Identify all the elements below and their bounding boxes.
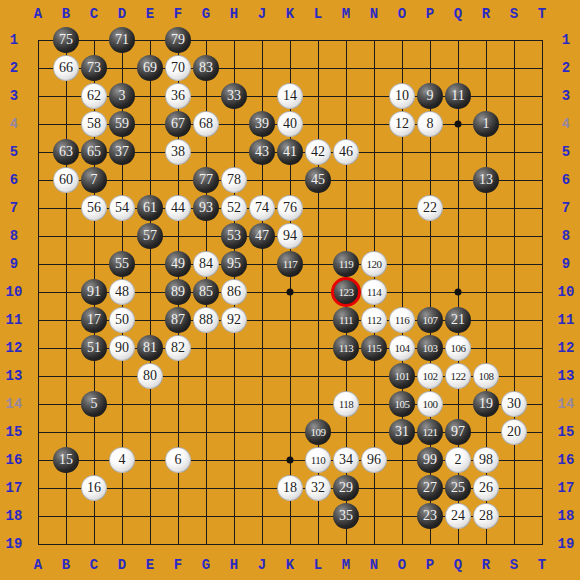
col-label-bottom-A: A [34, 558, 42, 572]
move-number: 78 [227, 173, 241, 187]
row-label-right-16: 16 [558, 453, 575, 467]
col-label-bottom-M: M [342, 558, 350, 572]
row-label-left-4: 4 [10, 117, 18, 131]
stone-F11-move-87[interactable]: 87 [165, 307, 191, 333]
stone-P3-move-9[interactable]: 9 [417, 83, 443, 109]
row-label-left-6: 6 [10, 173, 18, 187]
move-number: 90 [115, 341, 129, 355]
move-number: 16 [87, 481, 101, 495]
stone-C6-move-7[interactable]: 7 [81, 167, 107, 193]
row-label-left-16: 16 [6, 453, 23, 467]
row-label-left-12: 12 [6, 341, 23, 355]
move-number: 31 [395, 425, 409, 439]
col-label-bottom-K: K [286, 558, 294, 572]
col-label-top-L: L [314, 7, 322, 21]
stone-C10-move-91[interactable]: 91 [81, 279, 107, 305]
move-number: 70 [171, 61, 185, 75]
stone-L16-move-110[interactable]: 110 [305, 447, 331, 473]
stone-N16-move-96[interactable]: 96 [361, 447, 387, 473]
stone-Q17-move-25[interactable]: 25 [445, 475, 471, 501]
move-number: 29 [339, 481, 353, 495]
stone-R16-move-98[interactable]: 98 [473, 447, 499, 473]
col-label-top-F: F [174, 7, 182, 21]
move-number: 7 [91, 173, 98, 187]
stone-H9-move-95[interactable]: 95 [221, 251, 247, 277]
stone-P18-move-23[interactable]: 23 [417, 503, 443, 529]
stone-O3-move-10[interactable]: 10 [389, 83, 415, 109]
stone-C2-move-73[interactable]: 73 [81, 55, 107, 81]
stone-L5-move-42[interactable]: 42 [305, 139, 331, 165]
move-number: 3 [119, 89, 126, 103]
move-number: 52 [227, 201, 241, 215]
stone-K8-move-94[interactable]: 94 [277, 223, 303, 249]
stone-M11-move-111[interactable]: 111 [333, 307, 359, 333]
stone-Q12-move-106[interactable]: 106 [445, 335, 471, 361]
move-number: 71 [115, 33, 129, 47]
move-number: 110 [311, 455, 326, 466]
move-number: 121 [423, 427, 438, 438]
row-label-left-18: 18 [6, 509, 23, 523]
stone-L6-move-45[interactable]: 45 [305, 167, 331, 193]
move-number: 35 [339, 509, 353, 523]
move-number: 34 [339, 453, 353, 467]
move-number: 62 [87, 89, 101, 103]
stone-P13-move-102[interactable]: 102 [417, 363, 443, 389]
stone-F5-move-38[interactable]: 38 [165, 139, 191, 165]
row-label-right-18: 18 [558, 509, 575, 523]
move-number: 37 [115, 145, 129, 159]
row-label-right-13: 13 [558, 369, 575, 383]
stone-G11-move-88[interactable]: 88 [193, 307, 219, 333]
stone-E2-move-69[interactable]: 69 [137, 55, 163, 81]
stone-H10-move-86[interactable]: 86 [221, 279, 247, 305]
stone-P11-move-107[interactable]: 107 [417, 307, 443, 333]
move-number: 8 [427, 117, 434, 131]
col-label-top-O: O [398, 7, 406, 21]
move-number: 106 [451, 343, 466, 354]
move-number: 93 [199, 201, 213, 215]
move-number: 60 [59, 173, 73, 187]
row-label-right-8: 8 [562, 229, 570, 243]
row-label-left-1: 1 [10, 33, 18, 47]
row-label-right-6: 6 [562, 173, 570, 187]
stone-P4-move-8[interactable]: 8 [417, 111, 443, 137]
stone-C14-move-5[interactable]: 5 [81, 391, 107, 417]
stone-S15-move-20[interactable]: 20 [501, 419, 527, 445]
stone-D4-move-59[interactable]: 59 [109, 111, 135, 137]
move-number: 77 [199, 173, 213, 187]
col-label-top-D: D [118, 7, 126, 21]
move-number: 44 [171, 201, 185, 215]
stone-C12-move-51[interactable]: 51 [81, 335, 107, 361]
move-number: 65 [87, 145, 101, 159]
stone-M16-move-34[interactable]: 34 [333, 447, 359, 473]
stone-C11-move-17[interactable]: 17 [81, 307, 107, 333]
move-number: 41 [283, 145, 297, 159]
row-label-right-19: 19 [558, 537, 575, 551]
stone-H11-move-92[interactable]: 92 [221, 307, 247, 333]
stone-D5-move-37[interactable]: 37 [109, 139, 135, 165]
col-label-bottom-P: P [426, 558, 434, 572]
stone-L17-move-32[interactable]: 32 [305, 475, 331, 501]
stone-R18-move-28[interactable]: 28 [473, 503, 499, 529]
stone-F12-move-82[interactable]: 82 [165, 335, 191, 361]
col-label-top-H: H [230, 7, 238, 21]
col-label-top-T: T [538, 7, 546, 21]
stone-K7-move-76[interactable]: 76 [277, 195, 303, 221]
stone-Q18-move-24[interactable]: 24 [445, 503, 471, 529]
row-label-right-10: 10 [558, 285, 575, 299]
move-number: 17 [87, 313, 101, 327]
move-number: 95 [227, 257, 241, 271]
move-number: 57 [143, 229, 157, 243]
move-number: 105 [395, 399, 410, 410]
move-number: 102 [423, 371, 438, 382]
move-number: 30 [507, 397, 521, 411]
move-number: 13 [479, 173, 493, 187]
row-label-left-15: 15 [6, 425, 23, 439]
stone-E12-move-81[interactable]: 81 [137, 335, 163, 361]
move-number: 2 [455, 453, 462, 467]
stone-G7-move-93[interactable]: 93 [193, 195, 219, 221]
stone-P7-move-22[interactable]: 22 [417, 195, 443, 221]
stone-N11-move-112[interactable]: 112 [361, 307, 387, 333]
move-number: 86 [227, 285, 241, 299]
stone-D16-move-4[interactable]: 4 [109, 447, 135, 473]
stone-H6-move-78[interactable]: 78 [221, 167, 247, 193]
move-number: 32 [311, 481, 325, 495]
move-number: 74 [255, 201, 269, 215]
stone-O14-move-105[interactable]: 105 [389, 391, 415, 417]
stone-H7-move-52[interactable]: 52 [221, 195, 247, 221]
stone-D9-move-55[interactable]: 55 [109, 251, 135, 277]
go-board[interactable]: 1234567891011121314151617181920212223242… [0, 0, 580, 580]
star-point-Q10 [455, 289, 462, 296]
move-number: 20 [507, 425, 521, 439]
stone-M17-move-29[interactable]: 29 [333, 475, 359, 501]
move-number: 26 [479, 481, 493, 495]
stone-F7-move-44[interactable]: 44 [165, 195, 191, 221]
stone-E13-move-80[interactable]: 80 [137, 363, 163, 389]
col-label-bottom-H: H [230, 558, 238, 572]
stone-G10-move-85[interactable]: 85 [193, 279, 219, 305]
stone-K4-move-40[interactable]: 40 [277, 111, 303, 137]
move-number: 122 [451, 371, 466, 382]
row-label-right-3: 3 [562, 89, 570, 103]
row-label-left-17: 17 [6, 481, 23, 495]
stone-R6-move-13[interactable]: 13 [473, 167, 499, 193]
stone-D3-move-3[interactable]: 3 [109, 83, 135, 109]
move-number: 4 [119, 453, 126, 467]
stone-G4-move-68[interactable]: 68 [193, 111, 219, 137]
move-number: 51 [87, 341, 101, 355]
move-number: 80 [143, 369, 157, 383]
stone-M5-move-46[interactable]: 46 [333, 139, 359, 165]
row-label-right-12: 12 [558, 341, 575, 355]
stone-O15-move-31[interactable]: 31 [389, 419, 415, 445]
stone-B6-move-60[interactable]: 60 [53, 167, 79, 193]
move-number: 87 [171, 313, 185, 327]
move-number: 24 [451, 509, 465, 523]
stone-D11-move-50[interactable]: 50 [109, 307, 135, 333]
stone-F1-move-79[interactable]: 79 [165, 27, 191, 53]
move-number: 47 [255, 229, 269, 243]
stone-K9-move-117[interactable]: 117 [277, 251, 303, 277]
move-number: 118 [339, 399, 354, 410]
stone-D1-move-71[interactable]: 71 [109, 27, 135, 53]
col-label-top-P: P [426, 7, 434, 21]
row-label-left-3: 3 [10, 89, 18, 103]
move-number: 23 [423, 509, 437, 523]
stone-E7-move-61[interactable]: 61 [137, 195, 163, 221]
stone-B16-move-15[interactable]: 15 [53, 447, 79, 473]
move-number: 117 [283, 259, 298, 270]
col-label-bottom-O: O [398, 558, 406, 572]
col-label-bottom-C: C [90, 558, 98, 572]
move-number: 108 [479, 371, 494, 382]
stone-Q16-move-2[interactable]: 2 [445, 447, 471, 473]
stone-R14-move-19[interactable]: 19 [473, 391, 499, 417]
stone-J7-move-74[interactable]: 74 [249, 195, 275, 221]
stone-K17-move-18[interactable]: 18 [277, 475, 303, 501]
stone-O11-move-116[interactable]: 116 [389, 307, 415, 333]
row-label-left-10: 10 [6, 285, 23, 299]
col-label-bottom-D: D [118, 558, 126, 572]
col-label-bottom-E: E [146, 558, 154, 572]
row-label-left-14: 14 [6, 397, 23, 411]
col-label-top-S: S [510, 7, 518, 21]
row-label-right-5: 5 [562, 145, 570, 159]
stone-P15-move-121[interactable]: 121 [417, 419, 443, 445]
stone-R17-move-26[interactable]: 26 [473, 475, 499, 501]
move-number: 116 [395, 315, 410, 326]
star-point-K10 [287, 289, 294, 296]
stone-N12-move-115[interactable]: 115 [361, 335, 387, 361]
col-label-bottom-R: R [482, 558, 490, 572]
move-number: 48 [115, 285, 129, 299]
stone-B1-move-75[interactable]: 75 [53, 27, 79, 53]
stone-O12-move-104[interactable]: 104 [389, 335, 415, 361]
move-number: 76 [283, 201, 297, 215]
stone-G2-move-83[interactable]: 83 [193, 55, 219, 81]
move-number: 88 [199, 313, 213, 327]
stone-G9-move-84[interactable]: 84 [193, 251, 219, 277]
col-label-bottom-F: F [174, 558, 182, 572]
stone-Q15-move-97[interactable]: 97 [445, 419, 471, 445]
move-number: 53 [227, 229, 241, 243]
col-label-top-K: K [286, 7, 294, 21]
move-number: 19 [479, 397, 493, 411]
stone-C4-move-58[interactable]: 58 [81, 111, 107, 137]
move-number: 54 [115, 201, 129, 215]
move-number: 66 [59, 61, 73, 75]
row-label-left-9: 9 [10, 257, 18, 271]
move-number: 98 [479, 453, 493, 467]
move-number: 9 [427, 89, 434, 103]
stone-P16-move-99[interactable]: 99 [417, 447, 443, 473]
move-number: 11 [451, 89, 464, 103]
row-label-right-2: 2 [562, 61, 570, 75]
col-label-top-C: C [90, 7, 98, 21]
move-number: 111 [339, 315, 353, 326]
col-label-top-G: G [202, 7, 210, 21]
move-number: 99 [423, 453, 437, 467]
col-label-top-Q: Q [454, 7, 462, 21]
row-label-right-15: 15 [558, 425, 575, 439]
move-number: 10 [395, 89, 409, 103]
star-point-Q4 [455, 121, 462, 128]
move-number: 49 [171, 257, 185, 271]
move-number: 28 [479, 509, 493, 523]
row-label-right-4: 4 [562, 117, 570, 131]
move-number: 120 [367, 259, 382, 270]
stone-O4-move-12[interactable]: 12 [389, 111, 415, 137]
col-label-top-N: N [370, 7, 378, 21]
move-number: 85 [199, 285, 213, 299]
col-label-bottom-N: N [370, 558, 378, 572]
row-label-left-11: 11 [6, 313, 23, 327]
stone-F4-move-67[interactable]: 67 [165, 111, 191, 137]
stone-Q3-move-11[interactable]: 11 [445, 83, 471, 109]
move-number: 113 [339, 343, 354, 354]
row-label-left-2: 2 [10, 61, 18, 75]
move-number: 68 [199, 117, 213, 131]
move-number: 33 [227, 89, 241, 103]
stone-G6-move-77[interactable]: 77 [193, 167, 219, 193]
stone-L15-move-109[interactable]: 109 [305, 419, 331, 445]
move-number: 119 [339, 259, 354, 270]
move-number: 103 [423, 343, 438, 354]
row-label-left-5: 5 [10, 145, 18, 159]
stone-F3-move-36[interactable]: 36 [165, 83, 191, 109]
stone-J8-move-47[interactable]: 47 [249, 223, 275, 249]
stone-P14-move-100[interactable]: 100 [417, 391, 443, 417]
col-label-bottom-G: G [202, 558, 210, 572]
col-label-bottom-Q: Q [454, 558, 462, 572]
move-number: 101 [395, 371, 410, 382]
move-number: 50 [115, 313, 129, 327]
row-label-right-17: 17 [558, 481, 575, 495]
stone-S14-move-30[interactable]: 30 [501, 391, 527, 417]
stone-O13-move-101[interactable]: 101 [389, 363, 415, 389]
move-number: 94 [283, 229, 297, 243]
stone-Q13-move-122[interactable]: 122 [445, 363, 471, 389]
star-point-K16 [287, 457, 294, 464]
stone-N9-move-120[interactable]: 120 [361, 251, 387, 277]
stone-D12-move-90[interactable]: 90 [109, 335, 135, 361]
col-label-bottom-L: L [314, 558, 322, 572]
move-number: 83 [199, 61, 213, 75]
move-number: 55 [115, 257, 129, 271]
move-number: 104 [395, 343, 410, 354]
stone-R13-move-108[interactable]: 108 [473, 363, 499, 389]
row-label-left-19: 19 [6, 537, 23, 551]
move-number: 112 [367, 315, 382, 326]
move-number: 100 [423, 399, 438, 410]
stone-E8-move-57[interactable]: 57 [137, 223, 163, 249]
stone-F2-move-70[interactable]: 70 [165, 55, 191, 81]
move-number: 75 [59, 33, 73, 47]
stone-J5-move-43[interactable]: 43 [249, 139, 275, 165]
col-label-top-E: E [146, 7, 154, 21]
stone-M18-move-35[interactable]: 35 [333, 503, 359, 529]
move-number: 109 [311, 427, 326, 438]
stone-K3-move-14[interactable]: 14 [277, 83, 303, 109]
stone-F16-move-6[interactable]: 6 [165, 447, 191, 473]
stone-D10-move-48[interactable]: 48 [109, 279, 135, 305]
stone-P12-move-103[interactable]: 103 [417, 335, 443, 361]
stone-M12-move-113[interactable]: 113 [333, 335, 359, 361]
stone-K5-move-41[interactable]: 41 [277, 139, 303, 165]
stone-F9-move-49[interactable]: 49 [165, 251, 191, 277]
stone-B2-move-66[interactable]: 66 [53, 55, 79, 81]
row-label-right-9: 9 [562, 257, 570, 271]
move-number: 114 [367, 287, 382, 298]
stone-M14-move-118[interactable]: 118 [333, 391, 359, 417]
row-label-right-11: 11 [558, 313, 575, 327]
move-number: 59 [115, 117, 129, 131]
move-number: 96 [367, 453, 381, 467]
row-label-left-8: 8 [10, 229, 18, 243]
move-number: 63 [59, 145, 73, 159]
move-number: 1 [483, 117, 490, 131]
stone-F10-move-89[interactable]: 89 [165, 279, 191, 305]
row-label-right-1: 1 [562, 33, 570, 47]
move-number: 45 [311, 173, 325, 187]
move-number: 84 [199, 257, 213, 271]
stone-C3-move-62[interactable]: 62 [81, 83, 107, 109]
col-label-top-M: M [342, 7, 350, 21]
col-label-bottom-S: S [510, 558, 518, 572]
move-number: 38 [171, 145, 185, 159]
move-number: 39 [255, 117, 269, 131]
stone-J4-move-39[interactable]: 39 [249, 111, 275, 137]
move-number: 22 [423, 201, 437, 215]
move-number: 40 [283, 117, 297, 131]
move-number: 91 [87, 285, 101, 299]
move-number: 92 [227, 313, 241, 327]
row-label-left-13: 13 [6, 369, 23, 383]
move-number: 46 [339, 145, 353, 159]
stone-D7-move-54[interactable]: 54 [109, 195, 135, 221]
move-number: 69 [143, 61, 157, 75]
move-number: 15 [59, 453, 73, 467]
stone-C17-move-16[interactable]: 16 [81, 475, 107, 501]
move-number: 56 [87, 201, 101, 215]
col-label-top-J: J [258, 7, 266, 21]
stone-R4-move-1[interactable]: 1 [473, 111, 499, 137]
move-number: 58 [87, 117, 101, 131]
move-number: 61 [143, 201, 157, 215]
stone-B5-move-63[interactable]: 63 [53, 139, 79, 165]
row-label-right-14: 14 [558, 397, 575, 411]
col-label-top-B: B [62, 7, 70, 21]
stone-H3-move-33[interactable]: 33 [221, 83, 247, 109]
row-label-left-7: 7 [10, 201, 18, 215]
stone-C7-move-56[interactable]: 56 [81, 195, 107, 221]
stone-Q11-move-21[interactable]: 21 [445, 307, 471, 333]
move-number: 115 [367, 343, 382, 354]
move-number: 81 [143, 341, 157, 355]
move-number: 73 [87, 61, 101, 75]
stone-P17-move-27[interactable]: 27 [417, 475, 443, 501]
move-number: 21 [451, 313, 465, 327]
stone-M9-move-119[interactable]: 119 [333, 251, 359, 277]
move-number: 18 [283, 481, 297, 495]
stone-N10-move-114[interactable]: 114 [361, 279, 387, 305]
stone-H8-move-53[interactable]: 53 [221, 223, 247, 249]
stone-C5-move-65[interactable]: 65 [81, 139, 107, 165]
